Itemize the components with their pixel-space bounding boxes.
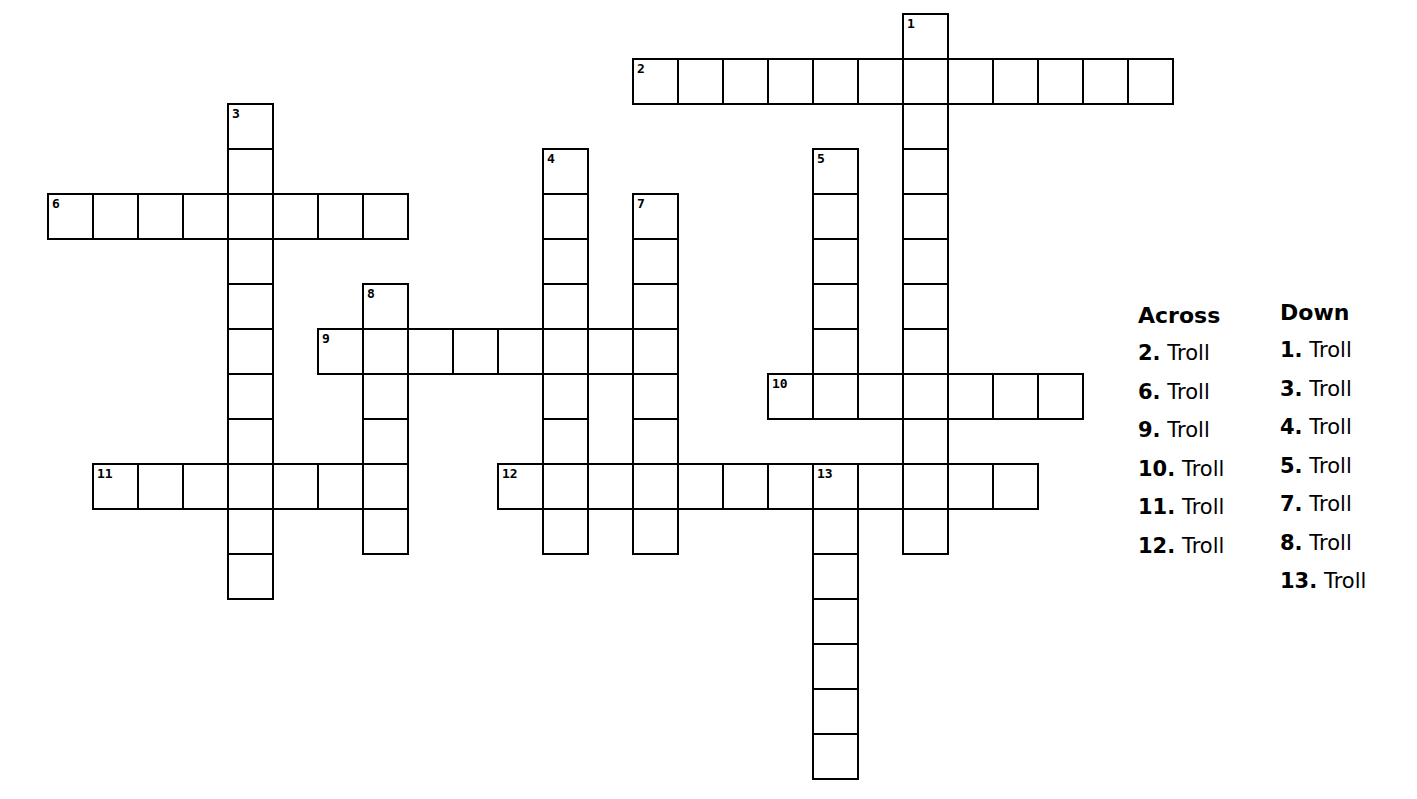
cell-number-2: 2 [637,61,645,76]
cell-r9c19[interactable] [902,418,949,465]
cell-number-8: 8 [367,286,375,301]
clue-text: Troll [1309,454,1351,478]
clue-number: 11. [1138,495,1175,519]
cell-r4c7[interactable] [362,193,409,240]
clue-text: Troll [1182,495,1224,519]
cell-r1c18[interactable] [857,58,904,105]
clue-number: 6. [1138,380,1161,404]
cell-r10c13[interactable] [632,463,679,510]
cell-r10c17[interactable]: 13 [812,463,859,510]
cell-number-5: 5 [817,151,825,166]
cell-r4c5[interactable] [272,193,319,240]
clue-text: Troll [1309,492,1351,516]
cell-r10c6[interactable] [317,463,364,510]
cell-r12c17[interactable] [812,553,859,600]
cell-r13c17[interactable] [812,598,859,645]
cell-r1c17[interactable] [812,58,859,105]
cell-r9c11[interactable] [542,418,589,465]
clue-down-4: 4. Troll [1280,408,1366,447]
cell-r10c11[interactable] [542,463,589,510]
clue-number: 7. [1280,492,1303,516]
clue-down-5: 5. Troll [1280,447,1366,486]
clue-number: 8. [1280,531,1303,555]
clue-down-7: 7. Troll [1280,485,1366,524]
cell-number-11: 11 [97,466,113,481]
clue-text: Troll [1167,341,1209,365]
clue-text: Troll [1167,418,1209,442]
cell-r10c15[interactable] [722,463,769,510]
cell-r8c20[interactable] [947,373,994,420]
cell-r1c19[interactable] [902,58,949,105]
cell-r8c7[interactable] [362,373,409,420]
cell-r10c20[interactable] [947,463,994,510]
crossword-grid: 12345678910111213 [47,13,1174,780]
clue-number: 9. [1138,418,1161,442]
cell-r11c19[interactable] [902,508,949,555]
cell-r6c4[interactable] [227,283,274,330]
cell-r7c7[interactable] [362,328,409,375]
clue-down-1: 1. Troll [1280,331,1366,370]
cell-number-12: 12 [502,466,518,481]
cell-r7c9[interactable] [452,328,499,375]
cell-r0c19[interactable]: 1 [902,13,949,60]
clue-text: Troll [1309,338,1351,362]
cell-r1c14[interactable] [677,58,724,105]
clue-across-11: 11. Troll [1138,488,1224,527]
cell-r8c4[interactable] [227,373,274,420]
cell-r5c13[interactable] [632,238,679,285]
cell-number-6: 6 [52,196,60,211]
clue-number: 10. [1138,457,1175,481]
clue-number: 3. [1280,377,1303,401]
clue-number: 13. [1280,569,1317,593]
cell-r4c19[interactable] [902,193,949,240]
cell-r7c11[interactable] [542,328,589,375]
cell-r2c19[interactable] [902,103,949,150]
cell-r1c22[interactable] [1037,58,1084,105]
cell-r8c21[interactable] [992,373,1039,420]
cell-r5c4[interactable] [227,238,274,285]
cell-r6c13[interactable] [632,283,679,330]
cell-r4c3[interactable] [182,193,229,240]
cell-r7c4[interactable] [227,328,274,375]
cell-r11c7[interactable] [362,508,409,555]
cell-r8c13[interactable] [632,373,679,420]
cell-r4c4[interactable] [227,193,274,240]
cell-r3c4[interactable] [227,148,274,195]
cell-r15c17[interactable] [812,688,859,735]
cell-r11c4[interactable] [227,508,274,555]
cell-r11c13[interactable] [632,508,679,555]
cell-r6c19[interactable] [902,283,949,330]
cell-r6c7[interactable]: 8 [362,283,409,330]
across-clue-list: 2. Troll6. Troll9. Troll10. Troll11. Tro… [1138,334,1224,565]
clue-number: 1. [1280,338,1303,362]
cell-number-4: 4 [547,151,555,166]
cell-number-10: 10 [772,376,788,391]
down-clues-panel: Down 1. Troll3. Troll4. Troll5. Troll7. … [1280,300,1366,601]
cell-r4c1[interactable] [92,193,139,240]
cell-r8c11[interactable] [542,373,589,420]
clue-text: Troll [1309,415,1351,439]
clue-number: 5. [1280,454,1303,478]
cell-r10c18[interactable] [857,463,904,510]
cell-r10c10[interactable]: 12 [497,463,544,510]
cell-r1c13[interactable]: 2 [632,58,679,105]
clue-text: Troll [1324,569,1366,593]
cell-r5c17[interactable] [812,238,859,285]
cell-r5c19[interactable] [902,238,949,285]
cell-number-1: 1 [907,16,915,31]
cell-r9c13[interactable] [632,418,679,465]
cell-r7c19[interactable] [902,328,949,375]
across-clues-panel: Across 2. Troll6. Troll9. Troll10. Troll… [1138,303,1224,565]
cell-r3c17[interactable]: 5 [812,148,859,195]
cell-r10c1[interactable]: 11 [92,463,139,510]
cell-r1c24[interactable] [1127,58,1174,105]
cell-r10c14[interactable] [677,463,724,510]
clue-down-3: 3. Troll [1280,370,1366,409]
cell-r3c11[interactable]: 4 [542,148,589,195]
cell-r4c13[interactable]: 7 [632,193,679,240]
cell-r1c21[interactable] [992,58,1039,105]
cell-r7c8[interactable] [407,328,454,375]
cell-r14c17[interactable] [812,643,859,690]
clue-number: 2. [1138,341,1161,365]
clue-across-10: 10. Troll [1138,450,1224,489]
cell-number-7: 7 [637,196,645,211]
cell-number-9: 9 [322,331,330,346]
cell-r8c22[interactable] [1037,373,1084,420]
clue-across-6: 6. Troll [1138,373,1224,412]
cell-r4c17[interactable] [812,193,859,240]
cell-r10c12[interactable] [587,463,634,510]
cell-r10c4[interactable] [227,463,274,510]
cell-number-13: 13 [817,466,833,481]
cell-r7c12[interactable] [587,328,634,375]
cell-r11c17[interactable] [812,508,859,555]
clue-across-12: 12. Troll [1138,527,1224,566]
cell-r8c16[interactable]: 10 [767,373,814,420]
cell-r8c19[interactable] [902,373,949,420]
cell-r7c6[interactable]: 9 [317,328,364,375]
cell-r10c2[interactable] [137,463,184,510]
cell-r9c4[interactable] [227,418,274,465]
cell-r4c11[interactable] [542,193,589,240]
down-clue-list: 1. Troll3. Troll4. Troll5. Troll7. Troll… [1280,331,1366,601]
cell-r10c3[interactable] [182,463,229,510]
cell-r1c16[interactable] [767,58,814,105]
cell-r3c19[interactable] [902,148,949,195]
clue-number: 12. [1138,534,1175,558]
cell-r7c13[interactable] [632,328,679,375]
cell-r1c15[interactable] [722,58,769,105]
across-heading: Across [1138,303,1224,329]
clue-text: Troll [1309,377,1351,401]
cell-r10c7[interactable] [362,463,409,510]
cell-r5c11[interactable] [542,238,589,285]
cell-r7c10[interactable] [497,328,544,375]
cell-r10c19[interactable] [902,463,949,510]
clue-text: Troll [1182,457,1224,481]
clue-text: Troll [1167,380,1209,404]
cell-r11c11[interactable] [542,508,589,555]
cell-r8c17[interactable] [812,373,859,420]
cell-r10c16[interactable] [767,463,814,510]
clue-across-2: 2. Troll [1138,334,1224,373]
cell-r4c2[interactable] [137,193,184,240]
clue-text: Troll [1182,534,1224,558]
cell-r16c17[interactable] [812,733,859,780]
cell-r1c20[interactable] [947,58,994,105]
cell-r8c18[interactable] [857,373,904,420]
cell-r7c17[interactable] [812,328,859,375]
clue-across-9: 9. Troll [1138,411,1224,450]
cell-r6c17[interactable] [812,283,859,330]
clue-number: 4. [1280,415,1303,439]
clue-text: Troll [1309,531,1351,555]
down-heading: Down [1280,300,1366,326]
clue-down-8: 8. Troll [1280,524,1366,563]
cell-r2c4[interactable]: 3 [227,103,274,150]
cell-r1c23[interactable] [1082,58,1129,105]
cell-number-3: 3 [232,106,240,121]
cell-r6c11[interactable] [542,283,589,330]
cell-r9c7[interactable] [362,418,409,465]
cell-r4c0[interactable]: 6 [47,193,94,240]
cell-r10c21[interactable] [992,463,1039,510]
clue-down-13: 13. Troll [1280,562,1366,601]
cell-r4c6[interactable] [317,193,364,240]
cell-r12c4[interactable] [227,553,274,600]
cell-r10c5[interactable] [272,463,319,510]
